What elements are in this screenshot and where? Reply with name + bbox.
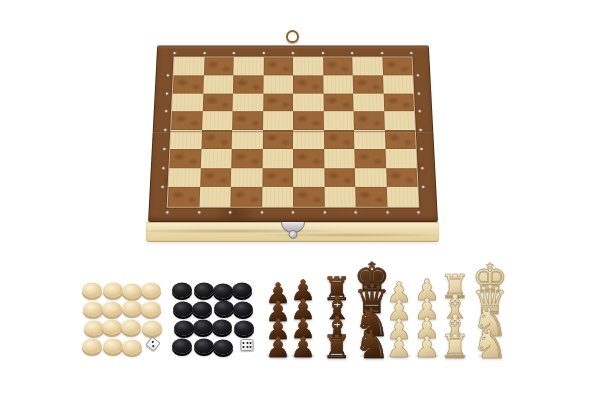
metal-stud-icon (262, 52, 265, 55)
board-square (293, 75, 323, 93)
board-square (173, 75, 204, 93)
board-square (384, 111, 415, 130)
board-square (293, 187, 324, 207)
board-square (323, 93, 353, 111)
black-checker-disc (234, 320, 254, 335)
dark-knight: ♞ (354, 324, 390, 364)
white-checker-disc (121, 320, 141, 335)
light-pawn: ♟ (386, 334, 411, 362)
board-square (233, 75, 263, 93)
box-side-pine (146, 222, 439, 242)
board-square (323, 130, 354, 149)
black-checker-disc (193, 319, 213, 334)
metal-stud-icon (165, 110, 168, 113)
metal-stud-icon (173, 52, 176, 55)
board-square (385, 149, 417, 168)
board-square (232, 111, 263, 130)
board-square (169, 149, 201, 168)
board-square (293, 168, 324, 187)
board-square (352, 57, 382, 75)
white-checker-disc (141, 282, 161, 297)
metal-stud-icon (292, 211, 295, 214)
board-square (355, 168, 387, 187)
dark-rook: ♜ (323, 331, 352, 363)
board-square (386, 187, 418, 207)
board-square (353, 75, 383, 93)
clasp-knob-icon (288, 230, 297, 239)
board-square (262, 130, 293, 149)
board-square (168, 187, 200, 207)
white-checker-disc (122, 339, 142, 354)
board-square (203, 57, 233, 75)
metal-stud-icon (418, 110, 421, 113)
board-square (324, 168, 355, 187)
board-square (263, 111, 293, 130)
black-checker-disc (232, 282, 252, 297)
die-showing-2 (145, 336, 160, 351)
board-square (199, 187, 231, 207)
metal-clasp-icon (281, 222, 305, 233)
die-pip (152, 345, 155, 348)
fold-seam (153, 131, 434, 133)
board-square (354, 111, 385, 130)
board-square (383, 93, 414, 111)
die-pip (249, 346, 251, 348)
board-square (202, 93, 233, 111)
board-square (293, 57, 323, 75)
white-checker-disc (103, 283, 123, 298)
die-pip (246, 346, 248, 348)
metal-stud-icon (321, 52, 324, 55)
white-checker-disc (102, 319, 122, 334)
black-checker-disc (172, 282, 192, 297)
black-checker-disc (194, 283, 214, 298)
metal-stud-icon (260, 211, 263, 214)
metal-stud-icon (232, 52, 235, 55)
metal-stud-icon (351, 52, 354, 55)
metal-stud-icon (421, 166, 424, 169)
die-pip (246, 342, 248, 344)
metal-stud-icon (419, 129, 422, 132)
board-square (232, 93, 262, 111)
board-square (386, 168, 418, 187)
metal-stud-icon (410, 52, 413, 55)
board-square (201, 130, 232, 149)
white-checker-disc (83, 301, 103, 316)
black-checker-disc (233, 301, 253, 316)
white-checker-disc (122, 301, 142, 316)
metal-stud-icon (197, 211, 200, 214)
metal-stud-icon (417, 211, 420, 214)
board-square (231, 168, 262, 187)
metal-stud-icon (166, 211, 169, 214)
white-checker-disc (82, 282, 102, 297)
board-square (174, 57, 204, 75)
board-square (323, 57, 353, 75)
metal-stud-icon (162, 166, 165, 169)
black-checker-disc (214, 301, 234, 316)
board-square (354, 149, 385, 168)
board-square (172, 93, 203, 111)
board-square (231, 149, 262, 168)
board-square (263, 75, 293, 93)
white-checker-disc (141, 301, 161, 316)
board-square (293, 93, 323, 111)
metal-stud-icon (203, 52, 206, 55)
folded-chess-board (148, 46, 438, 222)
metal-stud-icon (229, 211, 232, 214)
board-square (293, 130, 324, 149)
board-square (383, 75, 414, 93)
board-square (203, 75, 233, 93)
metal-stud-icon (161, 186, 164, 189)
die-pip (151, 340, 154, 343)
board-square (324, 149, 355, 168)
metal-stud-icon (417, 92, 420, 95)
board-square (171, 111, 202, 130)
board-square (354, 130, 385, 149)
metal-stud-icon (166, 92, 169, 95)
board-square (200, 168, 232, 187)
product-photo: ♟♟♟♟♟♟♟♟♜♝♝♜♚♛♞♞♟♟♟♟♟♟♟♟♜♝♝♜♚♛♞♞ (0, 0, 600, 415)
board-square (293, 149, 324, 168)
board-square (232, 130, 263, 149)
black-checker-disc (213, 283, 233, 298)
white-checker-disc (142, 320, 162, 335)
black-checker-disc (192, 302, 212, 317)
metal-stud-icon (420, 147, 423, 150)
board-square (263, 93, 293, 111)
metal-stud-icon (166, 74, 169, 77)
white-checker-disc (122, 283, 142, 298)
black-checker-disc (174, 320, 194, 335)
black-checker-disc (212, 320, 232, 335)
die-pip (243, 342, 245, 344)
board-square (384, 130, 415, 149)
dark-pawn: ♟ (290, 334, 315, 362)
board-square (200, 149, 231, 168)
metal-stud-icon (422, 186, 425, 189)
hanging-ring-icon (286, 30, 299, 43)
board-square (230, 187, 262, 207)
board-square (355, 187, 387, 207)
white-checker-disc (102, 302, 122, 317)
metal-stud-icon (417, 74, 420, 77)
black-checker-disc (194, 339, 214, 354)
light-pawn: ♟ (414, 333, 440, 362)
board-square (324, 187, 356, 207)
board-square (353, 93, 384, 111)
metal-stud-icon (323, 211, 326, 214)
die-pip (249, 342, 251, 344)
board-square (293, 111, 323, 130)
board-square (263, 57, 293, 75)
black-checker-disc (213, 339, 233, 354)
light-knight: ♞ (472, 324, 508, 364)
metal-stud-icon (386, 211, 389, 214)
board-square (323, 111, 354, 130)
board-square (262, 149, 293, 168)
metal-stud-icon (163, 147, 166, 150)
metal-stud-icon (354, 211, 357, 214)
white-checker-disc (103, 339, 123, 354)
light-rook: ♜ (440, 330, 470, 363)
white-checker-disc (82, 338, 102, 353)
black-checker-disc (172, 338, 192, 353)
board-square (262, 168, 293, 187)
board-square (202, 111, 233, 130)
dark-pawn: ♟ (265, 334, 290, 362)
board-square (382, 57, 412, 75)
metal-stud-icon (292, 52, 295, 55)
board-square (169, 168, 201, 187)
board-square (170, 130, 201, 149)
black-checker-disc (173, 301, 193, 316)
board-square (262, 187, 293, 207)
die-pip (243, 346, 245, 348)
board-square (323, 75, 353, 93)
metal-stud-icon (380, 52, 383, 55)
board-square (233, 57, 263, 75)
die-showing-6 (241, 339, 254, 351)
white-checker-disc (84, 320, 104, 335)
